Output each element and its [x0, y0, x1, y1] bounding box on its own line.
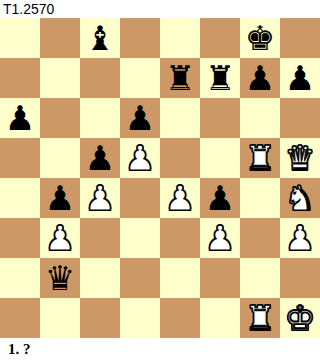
square-f6[interactable]	[200, 98, 240, 138]
square-f8[interactable]	[200, 18, 240, 58]
square-g6[interactable]	[240, 98, 280, 138]
square-c5[interactable]: ♟	[80, 138, 120, 178]
square-e5[interactable]	[160, 138, 200, 178]
puzzle-id-label: T1.2570	[3, 1, 54, 17]
square-e8[interactable]	[160, 18, 200, 58]
square-f2[interactable]	[200, 258, 240, 298]
square-d2[interactable]	[120, 258, 160, 298]
black-pawn[interactable]: ♟	[5, 98, 35, 138]
square-h2[interactable]	[280, 258, 320, 298]
square-f1[interactable]	[200, 298, 240, 338]
white-pawn[interactable]: ♟	[85, 178, 115, 218]
square-e1[interactable]	[160, 298, 200, 338]
square-h3[interactable]: ♟	[280, 218, 320, 258]
black-pawn[interactable]: ♟	[285, 58, 315, 98]
square-h5[interactable]: ♛	[280, 138, 320, 178]
square-h1[interactable]: ♚	[280, 298, 320, 338]
white-pawn[interactable]: ♟	[125, 138, 155, 178]
square-f3[interactable]: ♟	[200, 218, 240, 258]
black-king[interactable]: ♚	[245, 18, 275, 58]
square-b8[interactable]	[40, 18, 80, 58]
square-b1[interactable]	[40, 298, 80, 338]
square-e3[interactable]	[160, 218, 200, 258]
square-d3[interactable]	[120, 218, 160, 258]
white-pawn[interactable]: ♟	[285, 218, 315, 258]
black-queen[interactable]: ♛	[45, 258, 75, 298]
square-g2[interactable]	[240, 258, 280, 298]
black-pawn[interactable]: ♟	[85, 138, 115, 178]
square-a7[interactable]	[0, 58, 40, 98]
square-a6[interactable]: ♟	[0, 98, 40, 138]
white-queen[interactable]: ♛	[285, 138, 315, 178]
black-pawn[interactable]: ♟	[45, 178, 75, 218]
square-e7[interactable]: ♜	[160, 58, 200, 98]
square-h6[interactable]	[280, 98, 320, 138]
white-pawn[interactable]: ♟	[165, 178, 195, 218]
square-e2[interactable]	[160, 258, 200, 298]
square-e6[interactable]	[160, 98, 200, 138]
square-c6[interactable]	[80, 98, 120, 138]
chess-board: ♝♚♜♜♟♟♟♟♟♟♜♛♟♟♟♟♞♟♟♟♛♜♚	[0, 18, 320, 338]
square-g8[interactable]: ♚	[240, 18, 280, 58]
square-c3[interactable]	[80, 218, 120, 258]
black-pawn[interactable]: ♟	[245, 58, 275, 98]
black-rook[interactable]: ♜	[205, 58, 235, 98]
square-a3[interactable]	[0, 218, 40, 258]
square-b6[interactable]	[40, 98, 80, 138]
square-f7[interactable]: ♜	[200, 58, 240, 98]
square-b5[interactable]	[40, 138, 80, 178]
square-g5[interactable]: ♜	[240, 138, 280, 178]
square-d6[interactable]: ♟	[120, 98, 160, 138]
square-c7[interactable]	[80, 58, 120, 98]
square-b3[interactable]: ♟	[40, 218, 80, 258]
square-d1[interactable]	[120, 298, 160, 338]
square-g1[interactable]: ♜	[240, 298, 280, 338]
square-b7[interactable]	[40, 58, 80, 98]
white-pawn[interactable]: ♟	[205, 218, 235, 258]
square-h7[interactable]: ♟	[280, 58, 320, 98]
black-rook[interactable]: ♜	[165, 58, 195, 98]
square-b2[interactable]: ♛	[40, 258, 80, 298]
square-g3[interactable]	[240, 218, 280, 258]
square-a1[interactable]	[0, 298, 40, 338]
square-b4[interactable]: ♟	[40, 178, 80, 218]
square-g4[interactable]	[240, 178, 280, 218]
square-a4[interactable]	[0, 178, 40, 218]
black-bishop[interactable]: ♝	[85, 18, 115, 58]
square-c4[interactable]: ♟	[80, 178, 120, 218]
square-h8[interactable]	[280, 18, 320, 58]
square-c2[interactable]	[80, 258, 120, 298]
square-f4[interactable]: ♟	[200, 178, 240, 218]
white-rook[interactable]: ♜	[245, 138, 275, 178]
black-pawn[interactable]: ♟	[205, 178, 235, 218]
chess-puzzle-window: T1.2570 ♝♚♜♜♟♟♟♟♟♟♜♛♟♟♟♟♞♟♟♟♛♜♚ 1. ?	[0, 0, 320, 360]
square-a8[interactable]	[0, 18, 40, 58]
square-c8[interactable]: ♝	[80, 18, 120, 58]
square-a5[interactable]	[0, 138, 40, 178]
move-prompt: 1. ?	[8, 340, 31, 358]
white-pawn[interactable]: ♟	[45, 218, 75, 258]
square-d8[interactable]	[120, 18, 160, 58]
black-pawn[interactable]: ♟	[125, 98, 155, 138]
square-c1[interactable]	[80, 298, 120, 338]
square-d7[interactable]	[120, 58, 160, 98]
square-g7[interactable]: ♟	[240, 58, 280, 98]
white-rook[interactable]: ♜	[245, 298, 275, 338]
white-king[interactable]: ♚	[285, 298, 315, 338]
square-e4[interactable]: ♟	[160, 178, 200, 218]
square-a2[interactable]	[0, 258, 40, 298]
square-d4[interactable]	[120, 178, 160, 218]
white-knight[interactable]: ♞	[285, 178, 315, 218]
square-d5[interactable]: ♟	[120, 138, 160, 178]
square-h4[interactable]: ♞	[280, 178, 320, 218]
square-f5[interactable]	[200, 138, 240, 178]
